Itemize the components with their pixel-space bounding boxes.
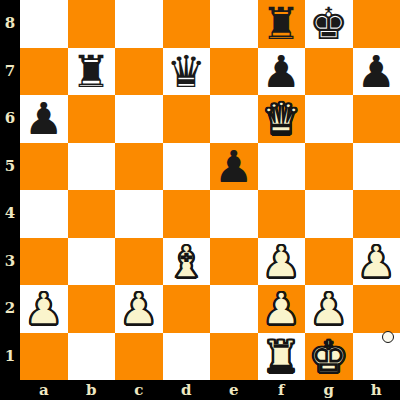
white-to-move-indicator bbox=[382, 331, 394, 343]
white-queen: ♛ bbox=[262, 95, 301, 142]
rank-label-6: 6 bbox=[0, 95, 20, 143]
rank-label-1: 1 bbox=[0, 333, 20, 381]
square-d7[interactable]: ♛ bbox=[163, 48, 211, 96]
square-c8[interactable] bbox=[115, 0, 163, 48]
square-e4[interactable] bbox=[210, 190, 258, 238]
square-f2[interactable]: ♟ bbox=[258, 285, 306, 333]
file-label-h: h bbox=[353, 380, 400, 400]
square-g8[interactable]: ♚ bbox=[305, 0, 353, 48]
square-b6[interactable] bbox=[68, 95, 116, 143]
square-c3[interactable] bbox=[115, 238, 163, 286]
square-b8[interactable] bbox=[68, 0, 116, 48]
file-label-g: g bbox=[305, 380, 353, 400]
rank-label-7: 7 bbox=[0, 48, 20, 96]
black-pawn: ♟ bbox=[24, 95, 63, 142]
square-f4[interactable] bbox=[258, 190, 306, 238]
square-d4[interactable] bbox=[163, 190, 211, 238]
square-d6[interactable] bbox=[163, 95, 211, 143]
square-a4[interactable] bbox=[20, 190, 68, 238]
square-g7[interactable] bbox=[305, 48, 353, 96]
square-f8[interactable]: ♜ bbox=[258, 0, 306, 48]
square-a6[interactable]: ♟ bbox=[20, 95, 68, 143]
square-h7[interactable]: ♟ bbox=[353, 48, 400, 96]
square-a8[interactable] bbox=[20, 0, 68, 48]
file-labels: abcdefgh bbox=[20, 380, 400, 400]
square-b3[interactable] bbox=[68, 238, 116, 286]
square-d2[interactable] bbox=[163, 285, 211, 333]
white-king: ♚ bbox=[309, 333, 348, 380]
square-f6[interactable]: ♛ bbox=[258, 95, 306, 143]
file-label-a: a bbox=[20, 380, 68, 400]
square-g4[interactable] bbox=[305, 190, 353, 238]
square-b4[interactable] bbox=[68, 190, 116, 238]
square-g2[interactable]: ♟ bbox=[305, 285, 353, 333]
square-h5[interactable] bbox=[353, 143, 400, 191]
square-e6[interactable] bbox=[210, 95, 258, 143]
square-f5[interactable] bbox=[258, 143, 306, 191]
square-g3[interactable] bbox=[305, 238, 353, 286]
square-h6[interactable] bbox=[353, 95, 400, 143]
square-c7[interactable] bbox=[115, 48, 163, 96]
white-pawn: ♟ bbox=[262, 285, 301, 332]
square-d1[interactable] bbox=[163, 333, 211, 381]
square-h8[interactable] bbox=[353, 0, 400, 48]
square-e3[interactable] bbox=[210, 238, 258, 286]
file-label-e: e bbox=[210, 380, 258, 400]
square-e7[interactable] bbox=[210, 48, 258, 96]
file-label-b: b bbox=[68, 380, 116, 400]
black-king: ♚ bbox=[309, 0, 348, 47]
square-h3[interactable]: ♟ bbox=[353, 238, 400, 286]
rank-label-5: 5 bbox=[0, 143, 20, 191]
square-d5[interactable] bbox=[163, 143, 211, 191]
black-rook: ♜ bbox=[72, 48, 111, 95]
square-g6[interactable] bbox=[305, 95, 353, 143]
black-rook: ♜ bbox=[262, 0, 301, 47]
file-label-f: f bbox=[258, 380, 306, 400]
square-h4[interactable] bbox=[353, 190, 400, 238]
label-corner bbox=[0, 380, 20, 400]
square-a1[interactable] bbox=[20, 333, 68, 381]
square-b5[interactable] bbox=[68, 143, 116, 191]
white-pawn: ♟ bbox=[262, 238, 301, 285]
black-pawn: ♟ bbox=[262, 48, 301, 95]
rank-label-8: 8 bbox=[0, 0, 20, 48]
file-label-c: c bbox=[115, 380, 163, 400]
rank-label-2: 2 bbox=[0, 285, 20, 333]
square-b2[interactable] bbox=[68, 285, 116, 333]
square-c1[interactable] bbox=[115, 333, 163, 381]
white-pawn: ♟ bbox=[24, 285, 63, 332]
square-b1[interactable] bbox=[68, 333, 116, 381]
square-h2[interactable] bbox=[353, 285, 400, 333]
square-e2[interactable] bbox=[210, 285, 258, 333]
square-c2[interactable]: ♟ bbox=[115, 285, 163, 333]
square-f7[interactable]: ♟ bbox=[258, 48, 306, 96]
file-label-d: d bbox=[163, 380, 211, 400]
white-pawn: ♟ bbox=[119, 285, 158, 332]
chess-puzzle-diagram: 87654321 abcdefgh ♜♚♜♛♟♟♟♛♟♝♟♟♟♟♟♟♜♚ bbox=[0, 0, 400, 400]
black-pawn: ♟ bbox=[357, 48, 396, 95]
black-queen: ♛ bbox=[167, 48, 206, 95]
square-c4[interactable] bbox=[115, 190, 163, 238]
white-bishop: ♝ bbox=[167, 238, 206, 285]
square-f1[interactable]: ♜ bbox=[258, 333, 306, 381]
rank-label-4: 4 bbox=[0, 190, 20, 238]
white-pawn: ♟ bbox=[309, 285, 348, 332]
black-pawn: ♟ bbox=[214, 143, 253, 190]
square-b7[interactable]: ♜ bbox=[68, 48, 116, 96]
rank-label-3: 3 bbox=[0, 238, 20, 286]
rank-labels: 87654321 bbox=[0, 0, 20, 380]
square-c5[interactable] bbox=[115, 143, 163, 191]
square-e8[interactable] bbox=[210, 0, 258, 48]
chess-board: ♜♚♜♛♟♟♟♛♟♝♟♟♟♟♟♟♜♚ bbox=[20, 0, 400, 380]
square-g1[interactable]: ♚ bbox=[305, 333, 353, 381]
square-a2[interactable]: ♟ bbox=[20, 285, 68, 333]
square-d8[interactable] bbox=[163, 0, 211, 48]
square-c6[interactable] bbox=[115, 95, 163, 143]
square-a7[interactable] bbox=[20, 48, 68, 96]
white-rook: ♜ bbox=[262, 333, 301, 380]
square-f3[interactable]: ♟ bbox=[258, 238, 306, 286]
square-e1[interactable] bbox=[210, 333, 258, 381]
white-pawn: ♟ bbox=[357, 238, 396, 285]
square-a5[interactable] bbox=[20, 143, 68, 191]
square-a3[interactable] bbox=[20, 238, 68, 286]
square-g5[interactable] bbox=[305, 143, 353, 191]
square-e5[interactable]: ♟ bbox=[210, 143, 258, 191]
square-d3[interactable]: ♝ bbox=[163, 238, 211, 286]
